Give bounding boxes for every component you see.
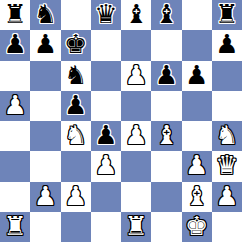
piece-white-pawn[interactable]: ♟ [64,183,87,209]
piece-black-pawn[interactable]: ♟ [185,62,208,88]
square-h2[interactable]: ♟ [212,182,242,212]
square-g1[interactable]: ♚ [182,212,212,242]
square-c3[interactable] [61,151,91,181]
square-e8[interactable]: ♝ [121,0,151,30]
piece-black-pawn[interactable]: ♟ [215,31,238,57]
square-f4[interactable]: ♝ [151,121,181,151]
piece-white-rook[interactable]: ♜ [124,213,147,239]
chess-board: ♜♞♛♝♝♜♟♟♚♟♞♟♟♟♟♟♞♟♟♝♞♟♟♛♟♟♝♟♜♜♚ [0,0,242,242]
square-g6[interactable]: ♟ [182,61,212,91]
square-e2[interactable] [121,182,151,212]
piece-white-bishop[interactable]: ♝ [155,122,178,148]
square-h1[interactable] [212,212,242,242]
square-h4[interactable]: ♞ [212,121,242,151]
piece-white-pawn[interactable]: ♟ [215,183,238,209]
piece-black-queen[interactable]: ♛ [94,1,117,27]
square-e4[interactable]: ♟ [121,121,151,151]
square-b4[interactable] [30,121,60,151]
square-e3[interactable] [121,151,151,181]
piece-black-knight[interactable]: ♞ [34,1,57,27]
square-b8[interactable]: ♞ [30,0,60,30]
square-e1[interactable]: ♜ [121,212,151,242]
piece-white-pawn[interactable]: ♟ [185,152,208,178]
square-h8[interactable]: ♜ [212,0,242,30]
square-f3[interactable] [151,151,181,181]
piece-black-pawn[interactable]: ♟ [3,31,26,57]
square-b7[interactable]: ♟ [30,30,60,60]
square-d4[interactable]: ♟ [91,121,121,151]
square-c6[interactable]: ♞ [61,61,91,91]
square-f6[interactable]: ♟ [151,61,181,91]
piece-white-king[interactable]: ♚ [185,213,208,239]
square-f1[interactable] [151,212,181,242]
piece-black-bishop[interactable]: ♝ [155,1,178,27]
piece-black-pawn[interactable]: ♟ [64,92,87,118]
square-c1[interactable] [61,212,91,242]
square-e5[interactable] [121,91,151,121]
square-a3[interactable] [0,151,30,181]
square-c7[interactable]: ♚ [61,30,91,60]
piece-white-pawn[interactable]: ♟ [94,152,117,178]
square-f5[interactable] [151,91,181,121]
piece-white-pawn[interactable]: ♟ [124,122,147,148]
piece-white-knight[interactable]: ♞ [64,122,87,148]
square-a6[interactable] [0,61,30,91]
piece-black-bishop[interactable]: ♝ [124,1,147,27]
square-b1[interactable] [30,212,60,242]
square-b6[interactable] [30,61,60,91]
square-a2[interactable] [0,182,30,212]
square-g7[interactable] [182,30,212,60]
piece-white-pawn[interactable]: ♟ [3,92,26,118]
square-f7[interactable] [151,30,181,60]
square-b2[interactable]: ♟ [30,182,60,212]
square-e6[interactable]: ♟ [121,61,151,91]
square-c5[interactable]: ♟ [61,91,91,121]
piece-white-bishop[interactable]: ♝ [185,183,208,209]
square-d5[interactable] [91,91,121,121]
square-b3[interactable] [30,151,60,181]
square-f2[interactable] [151,182,181,212]
piece-black-knight[interactable]: ♞ [64,62,87,88]
square-g2[interactable]: ♝ [182,182,212,212]
square-d2[interactable] [91,182,121,212]
square-h3[interactable]: ♛ [212,151,242,181]
square-d3[interactable]: ♟ [91,151,121,181]
piece-white-pawn[interactable]: ♟ [34,183,57,209]
square-d7[interactable] [91,30,121,60]
square-a8[interactable]: ♜ [0,0,30,30]
square-f8[interactable]: ♝ [151,0,181,30]
piece-white-knight[interactable]: ♞ [215,122,238,148]
square-a1[interactable]: ♜ [0,212,30,242]
square-a5[interactable]: ♟ [0,91,30,121]
piece-black-pawn[interactable]: ♟ [155,62,178,88]
square-a4[interactable] [0,121,30,151]
square-g4[interactable] [182,121,212,151]
piece-white-queen[interactable]: ♛ [215,152,238,178]
square-h6[interactable] [212,61,242,91]
square-d6[interactable] [91,61,121,91]
square-a7[interactable]: ♟ [0,30,30,60]
piece-black-rook[interactable]: ♜ [215,1,238,27]
piece-white-pawn[interactable]: ♟ [124,62,147,88]
square-h7[interactable]: ♟ [212,30,242,60]
square-g3[interactable]: ♟ [182,151,212,181]
square-h5[interactable] [212,91,242,121]
board-container: ♜♞♛♝♝♜♟♟♚♟♞♟♟♟♟♟♞♟♟♝♞♟♟♛♟♟♝♟♜♜♚ [0,0,242,242]
square-g5[interactable] [182,91,212,121]
piece-black-pawn[interactable]: ♟ [34,31,57,57]
piece-white-rook[interactable]: ♜ [3,213,26,239]
square-c4[interactable]: ♞ [61,121,91,151]
square-c8[interactable] [61,0,91,30]
square-e7[interactable] [121,30,151,60]
piece-black-king[interactable]: ♚ [64,31,87,57]
square-b5[interactable] [30,91,60,121]
square-d8[interactable]: ♛ [91,0,121,30]
square-d1[interactable] [91,212,121,242]
square-g8[interactable] [182,0,212,30]
piece-black-pawn[interactable]: ♟ [94,122,117,148]
square-c2[interactable]: ♟ [61,182,91,212]
piece-black-rook[interactable]: ♜ [3,1,26,27]
